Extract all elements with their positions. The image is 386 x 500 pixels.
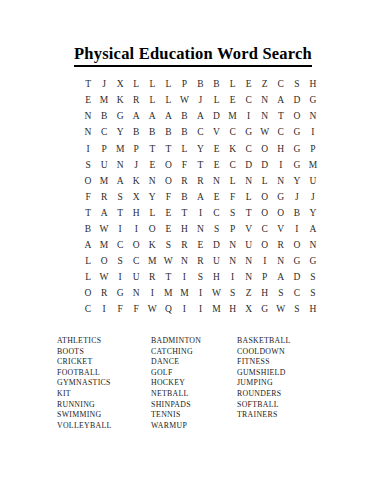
grid-cell[interactable]: J [192,93,208,109]
grid-cell[interactable]: L [176,141,192,157]
grid-cell[interactable]: D [209,109,225,125]
grid-cell[interactable]: E [160,206,176,222]
grid-cell[interactable]: A [192,109,208,125]
grid-cell[interactable]: X [241,302,257,318]
grid-cell[interactable]: I [112,222,128,238]
grid-cell[interactable]: N [128,286,144,302]
grid-cell[interactable]: E [192,238,208,254]
grid-cell[interactable]: P [96,141,112,157]
grid-cell[interactable]: F [225,189,241,205]
word-list-item: GYMNASTICS [57,378,112,389]
grid-cell[interactable]: M [225,109,241,125]
grid-cell[interactable]: U [241,238,257,254]
grid-cell[interactable]: R [176,173,192,189]
grid-cell[interactable]: B [192,77,208,93]
grid-cell[interactable]: B [176,189,192,205]
word-list: ATHLETICSBOOTSCRICKETFOOTBALLGYMNASTICSK… [0,336,386,436]
grid-cell[interactable]: M [96,238,112,254]
grid-cell[interactable]: O [96,254,112,270]
word-list-item: GOLF [151,368,201,379]
grid-cell[interactable]: Y [192,141,208,157]
grid-cell[interactable]: X [128,189,144,205]
grid-cell[interactable]: I [192,206,208,222]
word-list-item: SHINPADS [151,400,201,411]
word-list-item: FOOTBALL [57,368,112,379]
grid-cell[interactable]: G [112,286,128,302]
grid-cell[interactable]: V [273,222,289,238]
worksheet-page: Physical Education Word Search TJXLLLPBB… [0,0,386,500]
grid-cell[interactable]: B [209,77,225,93]
grid-cell[interactable]: C [128,254,144,270]
grid-cell[interactable]: O [289,109,305,125]
grid-cell[interactable]: L [225,77,241,93]
grid-cell[interactable]: S [160,238,176,254]
grid-cell[interactable]: N [176,254,192,270]
grid-cell[interactable]: A [305,222,321,238]
grid-cell[interactable]: L [257,173,273,189]
word-list-item: BADMINTON [151,336,201,347]
grid-cell[interactable]: Y [144,189,160,205]
grid-cell[interactable]: L [241,189,257,205]
grid-cell[interactable]: R [96,189,112,205]
grid-cell[interactable]: A [96,206,112,222]
grid-cell[interactable]: M [209,302,225,318]
grid-cell[interactable]: J [289,189,305,205]
grid-cell[interactable]: M [96,93,112,109]
grid-cell[interactable]: X [112,77,128,93]
grid-cell[interactable]: D [241,157,257,173]
grid-cell[interactable]: N [209,173,225,189]
word-list-item: CATCHING [151,347,201,358]
grid-cell[interactable]: N [112,157,128,173]
grid-cell[interactable]: R [128,93,144,109]
grid-cell[interactable]: F [128,302,144,318]
grid-cell[interactable]: S [289,77,305,93]
grid-cell[interactable]: F [176,157,192,173]
grid-cell[interactable]: T [192,157,208,173]
grid-cell[interactable]: H [225,302,241,318]
grid-cell[interactable]: S [305,270,321,286]
grid-cell[interactable]: N [192,222,208,238]
grid-cell[interactable]: M [160,286,176,302]
grid-cell[interactable]: R [273,238,289,254]
grid-cell[interactable]: G [305,93,321,109]
grid-cell[interactable]: C [209,206,225,222]
grid-cell[interactable]: S [112,254,128,270]
grid-cell[interactable]: I [305,125,321,141]
grid-cell[interactable]: K [144,238,160,254]
grid-cell[interactable]: A [273,270,289,286]
grid-cell[interactable]: H [305,302,321,318]
grid-cell[interactable]: P [305,141,321,157]
grid-cell[interactable]: Y [112,125,128,141]
grid-cell[interactable]: I [112,270,128,286]
grid-cell[interactable]: L [80,254,96,270]
grid-cell[interactable]: F [80,189,96,205]
word-list-item: KIT [57,389,112,400]
grid-cell[interactable]: T [160,141,176,157]
word-list-item: BASKETBALL [237,336,291,347]
grid-cell[interactable]: T [176,206,192,222]
word-list-item: CRICKET [57,357,112,368]
word-list-item: VOLLEYBALL [57,421,112,432]
grid-cell[interactable]: R [192,173,208,189]
grid-cell[interactable]: V [241,222,257,238]
grid-cell[interactable]: Y [305,206,321,222]
grid-cell[interactable]: I [96,302,112,318]
grid-cell[interactable]: S [225,206,241,222]
grid-cell[interactable]: A [112,173,128,189]
grid-cell[interactable]: D [289,270,305,286]
grid-cell[interactable]: C [273,125,289,141]
grid-cell[interactable]: M [112,141,128,157]
grid-cell[interactable]: U [305,173,321,189]
grid-cell[interactable]: L [160,93,176,109]
grid-cell[interactable]: N [225,254,241,270]
grid-cell[interactable]: A [273,93,289,109]
grid-cell[interactable]: E [209,141,225,157]
grid-cell[interactable]: R [192,254,208,270]
grid-cell[interactable]: H [257,286,273,302]
grid-cell[interactable]: C [112,238,128,254]
grid-cell[interactable]: B [160,125,176,141]
page-title-text: Physical Education Word Search [74,44,312,67]
grid-cell[interactable]: G [241,125,257,141]
grid-cell[interactable]: R [144,270,160,286]
grid-cell[interactable]: U [209,254,225,270]
grid-cell[interactable]: W [160,254,176,270]
grid-cell[interactable]: O [257,238,273,254]
grid-cell[interactable]: D [209,238,225,254]
grid-cell[interactable]: H [273,141,289,157]
grid-cell[interactable]: G [289,157,305,173]
grid-cell[interactable]: C [192,125,208,141]
grid-cell[interactable]: N [241,254,257,270]
word-list-column: BADMINTONCATCHINGDANCEGOLFHOCKEYNETBALLS… [151,336,201,431]
grid-cell[interactable]: W [96,222,112,238]
grid-cell[interactable]: L [128,77,144,93]
word-list-item: NETBALL [151,389,201,400]
grid-cell[interactable]: Z [241,286,257,302]
grid-cell[interactable]: N [305,109,321,125]
grid-cell[interactable]: B [144,125,160,141]
grid-cell[interactable]: P [176,77,192,93]
word-list-item: JUMPING [237,378,291,389]
grid-cell[interactable]: O [160,157,176,173]
word-list-item: SOFTBALL [237,400,291,411]
grid-cell[interactable]: F [112,302,128,318]
grid-cell[interactable]: T [241,206,257,222]
grid-cell[interactable]: S [225,286,241,302]
grid-cell[interactable]: E [160,222,176,238]
grid-cell[interactable]: C [289,286,305,302]
grid-cell[interactable]: O [273,206,289,222]
grid-cell[interactable]: O [128,238,144,254]
grid-cell[interactable]: S [273,286,289,302]
grid-cell[interactable]: W [96,270,112,286]
grid-cell[interactable]: P [225,222,241,238]
grid-cell[interactable]: C [80,302,96,318]
grid-cell[interactable]: T [80,77,96,93]
grid-cell[interactable]: Z [257,77,273,93]
grid-cell[interactable]: B [289,206,305,222]
grid-cell[interactable]: B [176,109,192,125]
grid-cell[interactable]: I [80,141,96,157]
grid-cell[interactable]: J [305,189,321,205]
grid-cell[interactable]: M [305,157,321,173]
grid-cell[interactable]: I [225,270,241,286]
grid-cell[interactable]: S [305,286,321,302]
grid-cell[interactable]: C [96,125,112,141]
grid-cell[interactable]: I [273,157,289,173]
grid-cell[interactable]: N [273,173,289,189]
grid-cell[interactable]: G [305,254,321,270]
grid-cell[interactable]: L [144,93,160,109]
grid-cell[interactable]: B [176,125,192,141]
grid-cell[interactable]: E [209,189,225,205]
grid-cell[interactable]: C [273,77,289,93]
grid-cell[interactable]: G [289,141,305,157]
grid-cell[interactable]: I [257,254,273,270]
grid-cell[interactable]: V [209,125,225,141]
grid-cell[interactable]: W [144,302,160,318]
word-list-item: ROUNDERS [237,389,291,400]
grid-cell[interactable]: J [96,77,112,93]
grid-cell[interactable]: K [112,93,128,109]
grid-cell[interactable]: G [112,109,128,125]
grid-cell[interactable]: O [80,173,96,189]
grid-cell[interactable]: N [241,270,257,286]
grid-cell[interactable]: C [225,157,241,173]
word-list-item: RUNNING [57,400,112,411]
grid-cell[interactable]: N [305,238,321,254]
grid-cell[interactable]: I [176,302,192,318]
grid-cell[interactable]: D [257,157,273,173]
word-list-item: HOCKEY [151,378,201,389]
word-list-item: COOLDOWN [237,347,291,358]
grid-cell[interactable]: M [176,286,192,302]
grid-cell[interactable]: N [257,109,273,125]
word-list-item: TRAINERS [237,410,291,421]
grid-cell[interactable]: N [80,109,96,125]
grid-cell[interactable]: C [257,222,273,238]
grid-cell[interactable]: L [160,77,176,93]
grid-cell[interactable]: I [192,302,208,318]
grid-cell[interactable]: B [96,109,112,125]
word-list-item: ATHLETICS [57,336,112,347]
grid-cell[interactable]: O [257,141,273,157]
grid-cell[interactable]: G [289,254,305,270]
grid-cell[interactable]: E [209,157,225,173]
grid-cell[interactable]: E [144,157,160,173]
grid-cell[interactable]: A [192,189,208,205]
grid-cell[interactable]: I [241,109,257,125]
grid-cell[interactable]: N [144,173,160,189]
grid-cell[interactable]: A [160,109,176,125]
grid-cell[interactable]: N [80,125,96,141]
grid-cell[interactable]: J [128,157,144,173]
grid-cell[interactable]: I [289,222,305,238]
grid-cell[interactable]: A [128,109,144,125]
grid-cell[interactable]: M [144,254,160,270]
grid-cell[interactable]: L [209,93,225,109]
grid-cell[interactable]: S [112,189,128,205]
grid-cell[interactable]: T [160,270,176,286]
grid-cell[interactable]: W [209,286,225,302]
grid-cell[interactable]: G [257,302,273,318]
grid-cell[interactable]: L [144,206,160,222]
grid-cell[interactable]: L [80,270,96,286]
grid-cell[interactable]: S [209,222,225,238]
grid-cell[interactable]: P [128,141,144,157]
grid-cell[interactable]: O [257,189,273,205]
grid-cell[interactable]: G [273,189,289,205]
grid-cell[interactable]: E [241,77,257,93]
grid-cell[interactable]: S [80,157,96,173]
grid-cell[interactable]: T [80,206,96,222]
grid-cell[interactable]: U [128,270,144,286]
grid-cell[interactable]: O [257,206,273,222]
word-list-item: WARMUP [151,421,201,432]
word-list-item: BOOTS [57,347,112,358]
grid-cell[interactable]: C [241,93,257,109]
grid-cell[interactable]: B [80,222,96,238]
word-list-item: FITNESS [237,357,291,368]
grid-cell[interactable]: L [144,77,160,93]
grid-cell[interactable]: F [160,189,176,205]
grid-cell[interactable]: T [144,141,160,157]
grid-cell[interactable]: T [112,206,128,222]
word-search-grid: TJXLLLPBBLEZCSHEMKRLLWJLECNADGNBGAAABADM… [80,77,321,318]
grid-cell[interactable]: N [257,93,273,109]
grid-cell[interactable]: Y [289,173,305,189]
grid-cell[interactable]: O [144,222,160,238]
grid-cell[interactable]: D [289,93,305,109]
grid-cell[interactable]: C [241,141,257,157]
grid-cell[interactable]: I [192,286,208,302]
grid-cell[interactable]: C [225,125,241,141]
grid-cell[interactable]: U [96,157,112,173]
grid-cell[interactable]: H [128,206,144,222]
grid-cell[interactable]: A [80,238,96,254]
grid-cell[interactable]: W [273,302,289,318]
grid-cell[interactable]: E [80,93,96,109]
grid-cell[interactable]: E [225,93,241,109]
word-list-column: ATHLETICSBOOTSCRICKETFOOTBALLGYMNASTICSK… [57,336,112,431]
page-title: Physical Education Word Search [0,44,386,67]
grid-cell[interactable]: I [176,270,192,286]
grid-cell[interactable]: O [289,238,305,254]
grid-cell[interactable]: L [225,173,241,189]
grid-cell[interactable]: Q [160,302,176,318]
grid-cell[interactable]: K [225,141,241,157]
grid-cell[interactable]: H [209,270,225,286]
grid-cell[interactable]: H [176,222,192,238]
grid-cell[interactable]: M [96,173,112,189]
grid-cell[interactable]: W [257,125,273,141]
grid-cell[interactable]: N [241,173,257,189]
grid-cell[interactable]: R [96,286,112,302]
grid-cell[interactable]: O [80,286,96,302]
word-list-column: BASKETBALLCOOLDOWNFITNESSGUMSHIELDJUMPIN… [237,336,291,421]
grid-cell[interactable]: A [144,109,160,125]
grid-cell[interactable]: G [289,125,305,141]
grid-cell[interactable]: T [273,109,289,125]
grid-cell[interactable]: H [305,77,321,93]
grid-cell[interactable]: N [273,254,289,270]
grid-cell[interactable]: S [192,270,208,286]
grid-cell[interactable]: I [128,222,144,238]
grid-cell[interactable]: B [128,125,144,141]
grid-cell[interactable]: K [128,173,144,189]
word-list-item: DANCE [151,357,201,368]
grid-cell[interactable]: O [160,173,176,189]
grid-cell[interactable]: N [225,238,241,254]
word-list-item: SWIMMING [57,410,112,421]
grid-cell[interactable]: W [176,93,192,109]
word-list-item: TENNIS [151,410,201,421]
grid-cell[interactable]: P [257,270,273,286]
grid-cell[interactable]: R [176,238,192,254]
grid-cell[interactable]: I [144,286,160,302]
grid-cell[interactable]: S [289,302,305,318]
word-list-item: GUMSHIELD [237,368,291,379]
